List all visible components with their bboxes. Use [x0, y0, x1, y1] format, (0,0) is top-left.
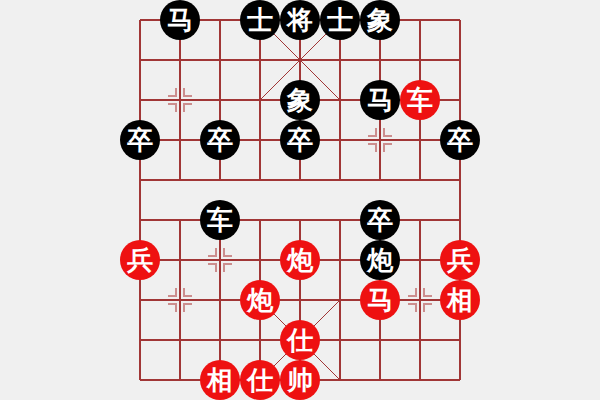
board-cell-4-5[interactable]	[280, 200, 320, 240]
board-cell-5-9[interactable]	[320, 360, 360, 400]
board-cell-4-1[interactable]	[280, 40, 320, 80]
board-cell-5-8[interactable]	[320, 320, 360, 360]
board-cell-5-3[interactable]	[320, 120, 360, 160]
board-cell-7-6[interactable]	[400, 240, 440, 280]
board-cell-8-1[interactable]	[440, 40, 480, 80]
board-cell-5-6[interactable]	[320, 240, 360, 280]
piece-black-horse[interactable]: 马	[360, 80, 400, 120]
board-cell-1-4[interactable]	[160, 160, 200, 200]
board-cell-4-2[interactable]: 象	[280, 80, 320, 120]
xiangqi-app: 马士将士象象马车卒卒卒卒车卒兵炮炮兵炮马相仕相仕帅	[0, 0, 600, 400]
board-cell-4-6[interactable]: 炮	[280, 240, 320, 280]
board-cell-5-4[interactable]	[320, 160, 360, 200]
board-cell-3-7[interactable]: 炮	[240, 280, 280, 320]
board-cell-5-0[interactable]: 士	[320, 0, 360, 40]
piece-red-elephant[interactable]: 相	[440, 280, 480, 320]
board-cell-7-1[interactable]	[400, 40, 440, 80]
board-cell-1-2[interactable]	[160, 80, 200, 120]
board-cell-4-4[interactable]	[280, 160, 320, 200]
board-cell-8-8[interactable]	[440, 320, 480, 360]
piece-red-soldier[interactable]: 兵	[120, 240, 160, 280]
board-cell-2-4[interactable]	[200, 160, 240, 200]
board-cell-8-0[interactable]	[440, 0, 480, 40]
board-cell-3-5[interactable]	[240, 200, 280, 240]
board-cell-3-0[interactable]: 士	[240, 0, 280, 40]
board-cell-3-2[interactable]	[240, 80, 280, 120]
board-cell-3-8[interactable]	[240, 320, 280, 360]
board-cell-0-3[interactable]: 卒	[120, 120, 160, 160]
piece-red-elephant[interactable]: 相	[200, 360, 240, 400]
board-cell-6-7[interactable]: 马	[360, 280, 400, 320]
board-cell-3-6[interactable]	[240, 240, 280, 280]
board-cell-1-8[interactable]	[160, 320, 200, 360]
board-cell-5-5[interactable]	[320, 200, 360, 240]
piece-red-advisor[interactable]: 仕	[280, 320, 320, 360]
board-cell-6-4[interactable]	[360, 160, 400, 200]
board-cell-8-2[interactable]	[440, 80, 480, 120]
board-cell-2-2[interactable]	[200, 80, 240, 120]
board-cell-2-6[interactable]	[200, 240, 240, 280]
board-cell-0-6[interactable]: 兵	[120, 240, 160, 280]
piece-black-soldier[interactable]: 卒	[440, 120, 480, 160]
board-cell-0-2[interactable]	[120, 80, 160, 120]
board-cell-7-8[interactable]	[400, 320, 440, 360]
board-cell-6-2[interactable]: 马	[360, 80, 400, 120]
board-cell-0-4[interactable]	[120, 160, 160, 200]
board-cell-0-1[interactable]	[120, 40, 160, 80]
piece-black-advisor[interactable]: 士	[320, 0, 360, 40]
board-cell-8-3[interactable]: 卒	[440, 120, 480, 160]
board-cell-6-6[interactable]: 炮	[360, 240, 400, 280]
xiangqi-board: 马士将士象象马车卒卒卒卒车卒兵炮炮兵炮马相仕相仕帅	[120, 0, 480, 400]
piece-black-advisor[interactable]: 士	[240, 0, 280, 40]
piece-black-horse[interactable]: 马	[160, 0, 200, 40]
board-cell-1-1[interactable]	[160, 40, 200, 80]
board-cell-7-2[interactable]: 车	[400, 80, 440, 120]
board-cell-3-4[interactable]	[240, 160, 280, 200]
piece-red-horse[interactable]: 马	[360, 280, 400, 320]
piece-red-chariot[interactable]: 车	[400, 80, 440, 120]
piece-red-advisor[interactable]: 仕	[240, 360, 280, 400]
board-cell-2-7[interactable]	[200, 280, 240, 320]
board-cell-3-1[interactable]	[240, 40, 280, 80]
piece-black-elephant[interactable]: 象	[280, 80, 320, 120]
board-cell-4-9[interactable]: 帅	[280, 360, 320, 400]
piece-black-soldier[interactable]: 卒	[120, 120, 160, 160]
board-cell-1-6[interactable]	[160, 240, 200, 280]
board-cell-3-9[interactable]: 仕	[240, 360, 280, 400]
board-cell-4-3[interactable]: 卒	[280, 120, 320, 160]
piece-black-elephant[interactable]: 象	[360, 0, 400, 40]
board-cell-6-9[interactable]	[360, 360, 400, 400]
piece-red-soldier[interactable]: 兵	[440, 240, 480, 280]
board-cell-2-0[interactable]	[200, 0, 240, 40]
board-cell-0-7[interactable]	[120, 280, 160, 320]
board-cell-4-0[interactable]: 将	[280, 0, 320, 40]
board-cell-2-3[interactable]: 卒	[200, 120, 240, 160]
board-cell-1-7[interactable]	[160, 280, 200, 320]
board-cell-8-5[interactable]	[440, 200, 480, 240]
board-cell-0-0[interactable]	[120, 0, 160, 40]
piece-red-general[interactable]: 帅	[280, 360, 320, 400]
board-cell-8-7[interactable]: 相	[440, 280, 480, 320]
board-cell-7-4[interactable]	[400, 160, 440, 200]
board-cell-2-8[interactable]	[200, 320, 240, 360]
board-cell-5-7[interactable]	[320, 280, 360, 320]
board-cell-1-9[interactable]	[160, 360, 200, 400]
board-cell-1-3[interactable]	[160, 120, 200, 160]
board-cell-2-1[interactable]	[200, 40, 240, 80]
piece-red-cannon[interactable]: 炮	[240, 280, 280, 320]
piece-black-soldier[interactable]: 卒	[280, 120, 320, 160]
board-cell-6-1[interactable]	[360, 40, 400, 80]
board-cell-2-9[interactable]: 相	[200, 360, 240, 400]
board-cell-0-5[interactable]	[120, 200, 160, 240]
board-cell-6-3[interactable]	[360, 120, 400, 160]
board-cell-0-9[interactable]	[120, 360, 160, 400]
board-cell-7-5[interactable]	[400, 200, 440, 240]
board-cell-1-0[interactable]: 马	[160, 0, 200, 40]
board-cell-5-1[interactable]	[320, 40, 360, 80]
piece-black-general[interactable]: 将	[280, 0, 320, 40]
board-cell-1-5[interactable]	[160, 200, 200, 240]
piece-black-soldier[interactable]: 卒	[360, 200, 400, 240]
board-cell-5-2[interactable]	[320, 80, 360, 120]
board-cell-8-4[interactable]	[440, 160, 480, 200]
board-cell-7-3[interactable]	[400, 120, 440, 160]
board-cell-8-6[interactable]: 兵	[440, 240, 480, 280]
board-cell-7-0[interactable]	[400, 0, 440, 40]
piece-black-soldier[interactable]: 卒	[200, 120, 240, 160]
board-cell-6-0[interactable]: 象	[360, 0, 400, 40]
board-cell-6-5[interactable]: 卒	[360, 200, 400, 240]
board-cell-6-8[interactable]	[360, 320, 400, 360]
piece-red-cannon[interactable]: 炮	[280, 240, 320, 280]
piece-black-cannon[interactable]: 炮	[360, 240, 400, 280]
board-cell-2-5[interactable]: 车	[200, 200, 240, 240]
board-cell-3-3[interactable]	[240, 120, 280, 160]
board-cell-7-9[interactable]	[400, 360, 440, 400]
piece-black-chariot[interactable]: 车	[200, 200, 240, 240]
board-cell-0-8[interactable]	[120, 320, 160, 360]
board-cell-4-8[interactable]: 仕	[280, 320, 320, 360]
board-cell-7-7[interactable]	[400, 280, 440, 320]
board-cell-8-9[interactable]	[440, 360, 480, 400]
board-cell-4-7[interactable]	[280, 280, 320, 320]
